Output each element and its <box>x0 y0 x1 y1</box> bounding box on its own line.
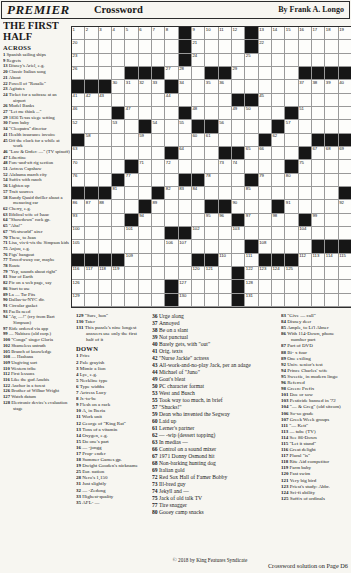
grid-cell[interactable] <box>112 280 125 293</box>
grid-cell[interactable] <box>285 54 298 67</box>
grid-cell[interactable]: 45 <box>259 94 272 107</box>
grid-cell[interactable] <box>152 107 165 120</box>
grid-cell[interactable] <box>165 134 178 147</box>
grid-cell[interactable]: 11 <box>219 27 232 40</box>
grid-cell[interactable]: 111 <box>245 254 258 267</box>
grid-cell[interactable] <box>245 200 258 213</box>
grid-cell[interactable]: 113 <box>312 254 325 267</box>
grid-cell[interactable] <box>339 40 351 53</box>
grid-cell[interactable] <box>245 80 258 93</box>
grid-cell[interactable] <box>232 240 245 253</box>
grid-cell[interactable]: 57 <box>285 120 298 133</box>
grid-cell[interactable] <box>139 187 152 200</box>
grid-cell[interactable]: 23 <box>72 54 85 67</box>
grid-cell[interactable] <box>285 147 298 160</box>
grid-cell[interactable] <box>85 214 98 227</box>
grid-cell[interactable]: 61 <box>205 134 218 147</box>
grid-cell[interactable]: 24 <box>192 54 205 67</box>
grid-cell[interactable]: 90 <box>232 200 245 213</box>
grid-cell[interactable] <box>285 94 298 107</box>
grid-cell[interactable]: 70 <box>72 160 85 173</box>
grid-cell[interactable]: 71 <box>139 160 152 173</box>
grid-cell[interactable] <box>125 240 138 253</box>
grid-cell[interactable] <box>139 267 152 280</box>
grid-cell[interactable] <box>99 227 112 240</box>
grid-cell[interactable] <box>219 107 232 120</box>
grid-cell[interactable] <box>325 107 338 120</box>
grid-cell[interactable] <box>272 94 285 107</box>
grid-cell[interactable]: 84 <box>192 187 205 200</box>
grid-cell[interactable] <box>152 227 165 240</box>
grid-cell[interactable] <box>112 67 125 80</box>
grid-cell[interactable] <box>245 227 258 240</box>
grid-cell[interactable] <box>245 134 258 147</box>
grid-cell[interactable] <box>152 40 165 53</box>
grid-cell[interactable]: 38 <box>312 80 325 93</box>
grid-cell[interactable] <box>205 94 218 107</box>
grid-cell[interactable] <box>85 294 98 307</box>
grid-cell[interactable] <box>152 267 165 280</box>
grid-cell[interactable] <box>112 134 125 147</box>
grid-cell[interactable] <box>232 120 245 133</box>
grid-cell[interactable] <box>219 267 232 280</box>
grid-cell[interactable]: 130 <box>179 294 192 307</box>
grid-cell[interactable] <box>179 94 192 107</box>
grid-cell[interactable]: 12 <box>232 27 245 40</box>
grid-cell[interactable] <box>285 187 298 200</box>
grid-cell[interactable]: 32 <box>139 80 152 93</box>
grid-cell[interactable] <box>192 280 205 293</box>
grid-cell[interactable] <box>325 294 338 307</box>
grid-cell[interactable] <box>272 240 285 253</box>
grid-cell[interactable] <box>232 174 245 187</box>
grid-cell[interactable]: 37 <box>299 80 312 93</box>
grid-cell[interactable]: 110 <box>219 254 232 267</box>
grid-cell[interactable] <box>325 120 338 133</box>
grid-cell[interactable] <box>299 54 312 67</box>
grid-cell[interactable] <box>139 294 152 307</box>
grid-cell[interactable]: 74 <box>232 160 245 173</box>
grid-cell[interactable]: 35 <box>205 80 218 93</box>
grid-cell[interactable] <box>112 54 125 67</box>
grid-cell[interactable] <box>139 147 152 160</box>
grid-cell[interactable]: 109 <box>125 254 138 267</box>
grid-cell[interactable]: 21 <box>192 40 205 53</box>
grid-cell[interactable]: 1 <box>72 27 85 40</box>
grid-cell[interactable] <box>312 40 325 53</box>
grid-cell[interactable]: 107 <box>179 240 192 253</box>
grid-cell[interactable] <box>325 280 338 293</box>
grid-cell[interactable] <box>112 94 125 107</box>
grid-cell[interactable] <box>139 254 152 267</box>
grid-cell[interactable] <box>179 214 192 227</box>
grid-cell[interactable] <box>259 107 272 120</box>
grid-cell[interactable]: 91 <box>285 200 298 213</box>
grid-cell[interactable] <box>219 227 232 240</box>
grid-cell[interactable] <box>139 54 152 67</box>
grid-cell[interactable]: 81 <box>112 187 125 200</box>
grid-cell[interactable] <box>139 227 152 240</box>
grid-cell[interactable] <box>299 120 312 133</box>
grid-cell[interactable] <box>152 160 165 173</box>
grid-cell[interactable]: 26 <box>72 67 85 80</box>
crossword-grid[interactable]: 1234567891011121314151617181920212223242… <box>71 26 351 308</box>
grid-cell[interactable]: 34 <box>179 80 192 93</box>
grid-cell[interactable] <box>165 54 178 67</box>
grid-cell[interactable] <box>85 280 98 293</box>
grid-cell[interactable]: 65 <box>245 147 258 160</box>
grid-cell[interactable] <box>139 107 152 120</box>
grid-cell[interactable]: 18 <box>325 27 338 40</box>
grid-cell[interactable]: 117 <box>85 267 98 280</box>
grid-cell[interactable] <box>125 54 138 67</box>
grid-cell[interactable] <box>312 107 325 120</box>
grid-cell[interactable]: 118 <box>99 267 112 280</box>
grid-cell[interactable] <box>192 80 205 93</box>
grid-cell[interactable] <box>152 134 165 147</box>
grid-cell[interactable] <box>299 134 312 147</box>
grid-cell[interactable]: 20 <box>72 40 85 53</box>
grid-cell[interactable] <box>272 160 285 173</box>
grid-cell[interactable] <box>112 214 125 227</box>
grid-cell[interactable] <box>99 280 112 293</box>
grid-cell[interactable] <box>325 214 338 227</box>
grid-cell[interactable] <box>272 147 285 160</box>
grid-cell[interactable]: 108 <box>259 240 272 253</box>
grid-cell[interactable] <box>299 200 312 213</box>
grid-cell[interactable] <box>259 54 272 67</box>
grid-cell[interactable]: 101 <box>125 227 138 240</box>
grid-cell[interactable]: 8 <box>165 27 178 40</box>
grid-cell[interactable] <box>219 294 232 307</box>
grid-cell[interactable] <box>85 160 98 173</box>
grid-cell[interactable]: 125 <box>285 267 298 280</box>
grid-cell[interactable] <box>219 54 232 67</box>
grid-cell[interactable]: 114 <box>325 254 338 267</box>
grid-cell[interactable] <box>139 174 152 187</box>
grid-cell[interactable] <box>205 280 218 293</box>
grid-cell[interactable] <box>112 200 125 213</box>
grid-cell[interactable] <box>285 280 298 293</box>
grid-cell[interactable]: 41 <box>72 94 85 107</box>
grid-cell[interactable]: 40 <box>339 80 351 93</box>
grid-cell[interactable] <box>85 120 98 133</box>
grid-cell[interactable]: 131 <box>245 294 258 307</box>
grid-cell[interactable] <box>339 214 351 227</box>
grid-cell[interactable] <box>312 280 325 293</box>
grid-cell[interactable]: 128 <box>245 280 258 293</box>
grid-cell[interactable] <box>259 214 272 227</box>
grid-cell[interactable]: 53 <box>112 120 125 133</box>
grid-cell[interactable] <box>232 80 245 93</box>
grid-cell[interactable] <box>312 267 325 280</box>
grid-cell[interactable]: 36 <box>219 80 232 93</box>
grid-cell[interactable] <box>112 294 125 307</box>
grid-cell[interactable]: 46 <box>72 107 85 120</box>
grid-cell[interactable] <box>272 40 285 53</box>
grid-cell[interactable] <box>299 187 312 200</box>
grid-cell[interactable]: 103 <box>232 227 245 240</box>
grid-cell[interactable]: 66 <box>259 147 272 160</box>
grid-cell[interactable]: 89 <box>152 200 165 213</box>
grid-cell[interactable] <box>232 254 245 267</box>
grid-cell[interactable] <box>205 294 218 307</box>
grid-cell[interactable]: 73 <box>219 160 232 173</box>
grid-cell[interactable] <box>245 67 258 80</box>
grid-cell[interactable]: 78 <box>205 174 218 187</box>
grid-cell[interactable] <box>205 54 218 67</box>
grid-cell[interactable] <box>245 160 258 173</box>
grid-cell[interactable] <box>312 174 325 187</box>
grid-cell[interactable] <box>219 134 232 147</box>
grid-cell[interactable] <box>232 40 245 53</box>
grid-cell[interactable]: 19 <box>339 27 351 40</box>
grid-cell[interactable] <box>232 187 245 200</box>
grid-cell[interactable]: 60 <box>192 134 205 147</box>
grid-cell[interactable] <box>192 240 205 253</box>
grid-cell[interactable]: 67 <box>312 147 325 160</box>
grid-cell[interactable] <box>312 227 325 240</box>
grid-cell[interactable] <box>125 147 138 160</box>
grid-cell[interactable] <box>259 187 272 200</box>
grid-cell[interactable] <box>179 200 192 213</box>
grid-cell[interactable] <box>139 240 152 253</box>
grid-cell[interactable]: 82 <box>165 187 178 200</box>
grid-cell[interactable] <box>192 294 205 307</box>
grid-cell[interactable] <box>85 227 98 240</box>
grid-cell[interactable]: 56 <box>219 120 232 133</box>
grid-cell[interactable] <box>99 294 112 307</box>
grid-cell[interactable] <box>165 107 178 120</box>
grid-cell[interactable] <box>299 174 312 187</box>
grid-cell[interactable]: 5 <box>125 27 138 40</box>
grid-cell[interactable] <box>259 120 272 133</box>
grid-cell[interactable] <box>312 54 325 67</box>
grid-cell[interactable] <box>192 67 205 80</box>
grid-cell[interactable] <box>179 267 192 280</box>
grid-cell[interactable] <box>299 94 312 107</box>
grid-cell[interactable] <box>285 240 298 253</box>
grid-cell[interactable] <box>245 120 258 133</box>
grid-cell[interactable]: 104 <box>299 227 312 240</box>
grid-cell[interactable] <box>285 40 298 53</box>
grid-cell[interactable]: 87 <box>85 200 98 213</box>
grid-cell[interactable]: 52 <box>72 120 85 133</box>
grid-cell[interactable] <box>125 200 138 213</box>
grid-cell[interactable] <box>85 174 98 187</box>
grid-cell[interactable] <box>272 280 285 293</box>
grid-cell[interactable] <box>312 294 325 307</box>
grid-cell[interactable] <box>99 214 112 227</box>
grid-cell[interactable]: 76 <box>72 174 85 187</box>
grid-cell[interactable] <box>219 280 232 293</box>
grid-cell[interactable] <box>325 160 338 173</box>
grid-cell[interactable]: 88 <box>99 200 112 213</box>
grid-cell[interactable]: 119 <box>112 267 125 280</box>
grid-cell[interactable]: 122 <box>245 267 258 280</box>
grid-cell[interactable]: 48 <box>192 107 205 120</box>
grid-cell[interactable] <box>285 214 298 227</box>
grid-cell[interactable] <box>325 174 338 187</box>
grid-cell[interactable] <box>99 107 112 120</box>
grid-cell[interactable] <box>312 120 325 133</box>
grid-cell[interactable] <box>192 160 205 173</box>
grid-cell[interactable] <box>99 160 112 173</box>
grid-cell[interactable]: 63 <box>72 147 85 160</box>
grid-cell[interactable] <box>272 54 285 67</box>
grid-cell[interactable] <box>165 214 178 227</box>
grid-cell[interactable] <box>112 227 125 240</box>
grid-cell[interactable] <box>125 40 138 53</box>
grid-cell[interactable]: 98 <box>272 214 285 227</box>
grid-cell[interactable] <box>152 254 165 267</box>
grid-cell[interactable]: 28 <box>179 67 192 80</box>
grid-cell[interactable] <box>205 107 218 120</box>
grid-cell[interactable] <box>339 94 351 107</box>
grid-cell[interactable] <box>325 267 338 280</box>
grid-cell[interactable] <box>179 254 192 267</box>
grid-cell[interactable] <box>219 94 232 107</box>
grid-cell[interactable] <box>312 94 325 107</box>
grid-cell[interactable] <box>99 174 112 187</box>
grid-cell[interactable]: 7 <box>152 27 165 40</box>
grid-cell[interactable]: 69 <box>339 147 351 160</box>
grid-cell[interactable] <box>219 240 232 253</box>
grid-cell[interactable]: 3 <box>99 27 112 40</box>
grid-cell[interactable] <box>339 294 351 307</box>
grid-cell[interactable] <box>299 294 312 307</box>
grid-cell[interactable] <box>152 240 165 253</box>
grid-cell[interactable] <box>312 160 325 173</box>
grid-cell[interactable] <box>152 294 165 307</box>
grid-cell[interactable]: 121 <box>205 267 218 280</box>
grid-cell[interactable] <box>152 280 165 293</box>
grid-cell[interactable] <box>152 54 165 67</box>
grid-cell[interactable] <box>325 54 338 67</box>
grid-cell[interactable]: 92 <box>339 200 351 213</box>
grid-cell[interactable] <box>152 94 165 107</box>
grid-cell[interactable]: 127 <box>179 280 192 293</box>
grid-cell[interactable]: 42 <box>85 94 98 107</box>
grid-cell[interactable] <box>272 174 285 187</box>
grid-cell[interactable]: 49 <box>232 107 245 120</box>
grid-cell[interactable]: 120 <box>192 267 205 280</box>
grid-cell[interactable] <box>152 147 165 160</box>
grid-cell[interactable] <box>272 80 285 93</box>
grid-cell[interactable]: 105 <box>72 240 85 253</box>
grid-cell[interactable]: 6 <box>139 27 152 40</box>
grid-cell[interactable] <box>272 107 285 120</box>
grid-cell[interactable]: 59 <box>139 134 152 147</box>
grid-cell[interactable] <box>339 160 351 173</box>
grid-cell[interactable]: 97 <box>245 214 258 227</box>
grid-cell[interactable]: 116 <box>72 267 85 280</box>
grid-cell[interactable]: 10 <box>205 27 218 40</box>
grid-cell[interactable] <box>259 227 272 240</box>
grid-cell[interactable] <box>339 54 351 67</box>
grid-cell[interactable]: 85 <box>245 187 258 200</box>
grid-cell[interactable] <box>112 160 125 173</box>
grid-cell[interactable] <box>99 240 112 253</box>
grid-cell[interactable]: 27 <box>165 67 178 80</box>
grid-cell[interactable] <box>259 80 272 93</box>
grid-cell[interactable] <box>219 40 232 53</box>
grid-cell[interactable] <box>232 54 245 67</box>
grid-cell[interactable]: 86 <box>72 200 85 213</box>
grid-cell[interactable] <box>85 147 98 160</box>
grid-cell[interactable]: 15 <box>285 27 298 40</box>
grid-cell[interactable] <box>272 227 285 240</box>
grid-cell[interactable] <box>152 174 165 187</box>
grid-cell[interactable] <box>325 94 338 107</box>
grid-cell[interactable] <box>339 120 351 133</box>
grid-cell[interactable] <box>192 147 205 160</box>
grid-cell[interactable] <box>139 94 152 107</box>
grid-cell[interactable] <box>205 160 218 173</box>
grid-cell[interactable] <box>232 134 245 147</box>
grid-cell[interactable] <box>325 227 338 240</box>
grid-cell[interactable] <box>299 240 312 253</box>
grid-cell[interactable]: 55 <box>179 120 192 133</box>
grid-cell[interactable]: 106 <box>165 240 178 253</box>
grid-cell[interactable]: 29 <box>232 67 245 80</box>
grid-cell[interactable]: 83 <box>179 187 192 200</box>
grid-cell[interactable]: 17 <box>312 27 325 40</box>
grid-cell[interactable]: 2 <box>85 27 98 40</box>
grid-cell[interactable]: 79 <box>259 174 272 187</box>
grid-cell[interactable] <box>165 120 178 133</box>
grid-cell[interactable] <box>99 120 112 133</box>
grid-cell[interactable]: 58 <box>85 134 98 147</box>
grid-cell[interactable] <box>312 187 325 200</box>
grid-cell[interactable] <box>125 294 138 307</box>
grid-cell[interactable]: 75 <box>299 160 312 173</box>
grid-cell[interactable]: 112 <box>299 254 312 267</box>
grid-cell[interactable] <box>99 134 112 147</box>
grid-cell[interactable] <box>312 200 325 213</box>
grid-cell[interactable]: 50 <box>245 107 258 120</box>
grid-cell[interactable] <box>125 280 138 293</box>
grid-cell[interactable]: 25 <box>245 54 258 67</box>
grid-cell[interactable]: 9 <box>192 27 205 40</box>
grid-cell[interactable]: 72 <box>165 160 178 173</box>
grid-cell[interactable] <box>259 280 272 293</box>
grid-cell[interactable] <box>99 147 112 160</box>
grid-cell[interactable] <box>125 94 138 107</box>
grid-cell[interactable] <box>179 134 192 147</box>
grid-cell[interactable] <box>125 120 138 133</box>
grid-cell[interactable]: 39 <box>325 80 338 93</box>
grid-cell[interactable]: 13 <box>259 27 272 40</box>
grid-cell[interactable] <box>219 187 232 200</box>
grid-cell[interactable]: 47 <box>125 107 138 120</box>
grid-cell[interactable] <box>85 107 98 120</box>
grid-cell[interactable] <box>272 294 285 307</box>
grid-cell[interactable]: 64 <box>179 147 192 160</box>
grid-cell[interactable] <box>219 174 232 187</box>
grid-cell[interactable] <box>205 240 218 253</box>
grid-cell[interactable] <box>139 40 152 53</box>
grid-cell[interactable]: 77 <box>125 174 138 187</box>
grid-cell[interactable] <box>112 40 125 53</box>
grid-cell[interactable] <box>339 267 351 280</box>
grid-cell[interactable]: 14 <box>272 27 285 40</box>
grid-cell[interactable]: 44 <box>165 94 178 107</box>
grid-cell[interactable]: 95 <box>205 214 218 227</box>
grid-cell[interactable]: 68 <box>325 147 338 160</box>
grid-cell[interactable]: 43 <box>99 94 112 107</box>
grid-cell[interactable] <box>205 187 218 200</box>
